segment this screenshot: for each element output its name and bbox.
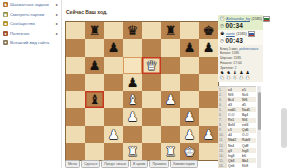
game-info-line: Белые: 1585: [220, 51, 261, 55]
move-number: 16.: [218, 163, 227, 168]
move-list: 1.e4e52.Nf3Nc63.Bc4Nf64.d3d55.exd5Nxd56.…: [218, 86, 256, 168]
square-h7[interactable]: ♟: [199, 39, 218, 56]
sidebar-item-label: Шахматные задачи: [10, 2, 56, 7]
black-king-icon: ♚: [220, 31, 224, 36]
white-king-icon: ♚: [220, 16, 224, 21]
square-g3[interactable]: ♟: [180, 108, 199, 125]
square-f4[interactable]: ♟: [161, 91, 180, 108]
square-g1[interactable]: ♚: [180, 143, 199, 160]
white-move: exd5: [227, 108, 241, 112]
white-rook-piece[interactable]: ♜: [165, 145, 177, 158]
clock-icon: ◷: [220, 38, 224, 43]
square-a4[interactable]: [66, 91, 85, 108]
game-info-block: Блиц 5 мин, рейтинговаяБелые: 1585Чёрные…: [218, 45, 263, 82]
square-d8[interactable]: ♛: [123, 22, 142, 39]
captured-white-pieces-tray: ♞ ♞ ♝ ♟ ♟: [220, 75, 261, 80]
black-move: fxg3: [241, 149, 256, 153]
square-h5[interactable]: [199, 74, 218, 91]
black-player-link[interactable]: xanto: [226, 32, 235, 36]
black-pawn-piece[interactable]: ♟: [108, 41, 120, 54]
square-h8[interactable]: ♚: [199, 22, 218, 39]
action-button-5[interactable]: Правила: [149, 160, 169, 168]
square-f3[interactable]: [161, 108, 180, 125]
sidebar-item-label: Сообщество: [10, 21, 56, 26]
black-move: Bb4: [241, 159, 256, 163]
action-button-3[interactable]: Предл. ничью: [101, 160, 129, 168]
square-a8[interactable]: [66, 22, 85, 39]
black-rook-piece[interactable]: ♜: [89, 24, 101, 37]
sidebar-item-1[interactable]: ♞Шахматные задачи▸: [0, 0, 60, 10]
white-move: e4: [227, 88, 241, 92]
square-f1[interactable]: ♜: [161, 143, 180, 160]
black-move: exf4: [241, 123, 256, 127]
sidebar-item-4[interactable]: ●Полезное▸: [0, 29, 60, 39]
square-h6[interactable]: [199, 57, 218, 74]
black-player-block: ♚ xanto (1585) ◷ 00:43: [218, 30, 263, 45]
black-move: b6: [241, 154, 256, 158]
info-link[interactable]: рейтинговая: [239, 47, 258, 51]
white-pawn-piece[interactable]: ♟: [108, 128, 120, 141]
white-clock: 00:34: [225, 22, 243, 29]
black-pawn-piece[interactable]: ♟: [127, 76, 139, 89]
square-d3[interactable]: ♟: [123, 108, 142, 125]
sidebar-item-icon: ✦: [3, 40, 8, 45]
black-rook-piece[interactable]: ♜: [165, 24, 177, 37]
white-move: Nbd2: [227, 138, 241, 142]
square-g5[interactable]: [180, 74, 199, 91]
square-g7[interactable]: ♟: [180, 39, 199, 56]
black-move: Nxd5: [241, 108, 256, 112]
white-player-rating: (1585): [251, 17, 261, 21]
square-d5[interactable]: ♟: [123, 74, 142, 91]
white-move: d3: [227, 103, 241, 107]
game-panel: ♚ Aleksandar_bg (1585) ◷ 00:34 ♚ xanto (…: [218, 15, 263, 82]
square-e6[interactable]: ♛: [142, 57, 161, 74]
square-b3[interactable]: [85, 108, 104, 125]
square-f7[interactable]: [161, 39, 180, 56]
page-scrollbar[interactable]: [281, 108, 287, 148]
game-info-line: Начало: 17:04: [220, 61, 261, 65]
game-info-line: Чёрные: 1585: [220, 56, 261, 60]
square-a1[interactable]: [66, 143, 85, 160]
black-move: Bg4: [241, 113, 256, 117]
game-info-line: Зрители: 2: [220, 66, 261, 70]
black-move: Qd6: [241, 128, 256, 132]
clock-icon: ◷: [220, 23, 224, 28]
black-move: Rab8: [241, 138, 256, 142]
white-pawn-piece[interactable]: ♟: [165, 93, 177, 106]
action-button-4[interactable]: В архив: [130, 160, 148, 168]
square-b8[interactable]: ♜: [85, 22, 104, 39]
black-move: O-O: [241, 133, 256, 137]
sidebar-item-5[interactable]: ✦Внешний вид сайта: [0, 38, 60, 48]
square-d2[interactable]: [123, 126, 142, 143]
square-c8[interactable]: [104, 22, 123, 39]
square-f5[interactable]: [161, 74, 180, 91]
square-f2[interactable]: [161, 126, 180, 143]
square-a7[interactable]: [66, 39, 85, 56]
square-c2[interactable]: ♟: [104, 126, 123, 143]
scrollbar-thumb[interactable]: [258, 92, 261, 130]
move-list-scrollbar[interactable]: [257, 86, 261, 168]
sidebar-item-icon: ♞: [3, 2, 8, 7]
black-flag-icon: [248, 31, 255, 37]
white-move: g3: [227, 149, 241, 153]
square-d1[interactable]: ♜: [123, 143, 142, 160]
square-a2[interactable]: [66, 126, 85, 143]
black-queen-piece[interactable]: ♛: [127, 24, 139, 37]
white-player-link[interactable]: Aleksandar_bg: [226, 17, 250, 21]
square-e7[interactable]: [142, 39, 161, 56]
square-b2[interactable]: [85, 126, 104, 143]
white-move: Qb3: [227, 159, 241, 163]
square-e3[interactable]: [142, 108, 161, 125]
chevron-right-icon: ▸: [56, 2, 58, 7]
white-pawn-piece[interactable]: ♟: [184, 110, 196, 123]
info-link[interactable]: 2: [234, 66, 236, 70]
black-pawn-piece[interactable]: ♟: [203, 41, 215, 54]
game-info-line: Блиц 5 мин, рейтинговая: [220, 47, 261, 51]
square-c5[interactable]: [104, 74, 123, 91]
square-c7[interactable]: ♟: [104, 39, 123, 56]
action-button-2[interactable]: Сдаться: [81, 160, 100, 168]
square-b4[interactable]: ♝: [85, 91, 104, 108]
black-move: d5: [241, 103, 256, 107]
sidebar-item-label: Полезное: [10, 31, 56, 36]
square-b1[interactable]: [85, 143, 104, 160]
chevron-right-icon: ▸: [56, 12, 58, 17]
square-a3[interactable]: [66, 108, 85, 125]
square-f8[interactable]: ♜: [161, 22, 180, 39]
white-pawn-piece[interactable]: ♟: [127, 110, 139, 123]
chevron-right-icon: ▸: [56, 31, 58, 36]
square-e2[interactable]: [142, 126, 161, 143]
white-move: fxg3: [227, 154, 241, 158]
square-h3[interactable]: [199, 108, 218, 125]
white-move: Nf3: [227, 93, 241, 97]
square-g2[interactable]: ♟: [180, 126, 199, 143]
square-c1[interactable]: [104, 143, 123, 160]
white-move: Qe6: [227, 164, 241, 168]
sidebar-item-3[interactable]: ☻Сообщество▸: [0, 19, 60, 29]
black-move: Nc6: [241, 93, 256, 97]
move-row[interactable]: 16.Qe6Kh8: [218, 163, 256, 168]
white-pawn-piece[interactable]: ♟: [184, 128, 196, 141]
turn-status-text: Сейчас Ваш ход.: [66, 9, 107, 15]
square-h4[interactable]: [199, 91, 218, 108]
action-button-1[interactable]: Меню: [65, 160, 80, 168]
white-move: Bc4: [227, 98, 241, 102]
sidebar: ♞Шахматные задачи▸▣Смотреть партии▸☻Сооб…: [0, 0, 60, 168]
black-move: Nf6: [241, 98, 256, 102]
square-e5[interactable]: [142, 74, 161, 91]
white-move: O-O: [227, 113, 241, 117]
square-d7[interactable]: [123, 39, 142, 56]
black-move: Kh8: [241, 164, 256, 168]
white-pawn-piece[interactable]: ♟: [203, 128, 215, 141]
black-pawn-piece[interactable]: ♟: [184, 41, 196, 54]
chevron-right-icon: ▸: [56, 21, 58, 26]
square-b5[interactable]: [85, 74, 104, 91]
sidebar-item-icon: ☻: [3, 21, 8, 26]
white-move: Bxf4: [227, 123, 241, 127]
square-c4[interactable]: [104, 91, 123, 108]
white-king-piece[interactable]: ♚: [184, 145, 196, 158]
white-rook-piece[interactable]: ♜: [127, 145, 139, 158]
square-c6[interactable]: [104, 57, 123, 74]
black-move: Qd8: [241, 144, 256, 148]
white-bishop-piece[interactable]: ♝: [127, 93, 139, 106]
square-e1[interactable]: [142, 143, 161, 160]
black-move: Nf4: [241, 118, 256, 122]
square-h2[interactable]: ♟: [199, 126, 218, 143]
square-d6[interactable]: [123, 57, 142, 74]
sidebar-item-icon: ●: [3, 31, 8, 36]
white-player-block: ♚ Aleksandar_bg (1585) ◷ 00:34: [218, 15, 263, 30]
square-g6[interactable]: [180, 57, 199, 74]
black-move: e5: [241, 88, 256, 92]
sidebar-item-label: Смотреть партии: [10, 12, 56, 17]
square-a6[interactable]: [66, 57, 85, 74]
white-move: d4: [227, 133, 241, 137]
square-d4[interactable]: ♝: [123, 91, 142, 108]
black-pawn-piece[interactable]: ♟: [89, 59, 101, 72]
square-f6[interactable]: [161, 57, 180, 74]
game-action-toolbar: МенюСдатьсяПредл. ничьюВ архивПравилаКом…: [65, 160, 217, 168]
square-e8[interactable]: [142, 22, 161, 39]
square-g4[interactable]: [180, 91, 199, 108]
white-move: c3: [227, 128, 241, 132]
black-bishop-piece[interactable]: ♝: [89, 93, 101, 106]
action-button-6[interactable]: Комментарии: [170, 160, 197, 168]
sidebar-item-icon: ▣: [3, 12, 8, 17]
square-e4[interactable]: [142, 91, 161, 108]
black-clock: 00:43: [225, 37, 243, 44]
square-b6[interactable]: ♟: [85, 57, 104, 74]
white-flag-icon: [263, 16, 270, 22]
white-move: Re1: [227, 118, 241, 122]
sidebar-divider: [61, 0, 62, 168]
square-h1[interactable]: [199, 143, 218, 160]
square-g8[interactable]: [180, 22, 199, 39]
sidebar-item-2[interactable]: ▣Смотреть партии▸: [0, 10, 60, 20]
sidebar-item-label: Внешний вид сайта: [10, 40, 58, 45]
square-b7[interactable]: [85, 39, 104, 56]
chess-board: ♜♛♜♚♟♟♟♟♛♟♝♝♟♟♟♟♟♟♜♜♚: [65, 21, 219, 161]
black-player-rating: (1585): [236, 32, 246, 36]
white-move: Ne4: [227, 144, 241, 148]
square-c3[interactable]: [104, 108, 123, 125]
square-a5[interactable]: [66, 74, 85, 91]
black-king-piece[interactable]: ♚: [203, 24, 215, 37]
white-queen-piece[interactable]: ♛: [146, 59, 158, 72]
